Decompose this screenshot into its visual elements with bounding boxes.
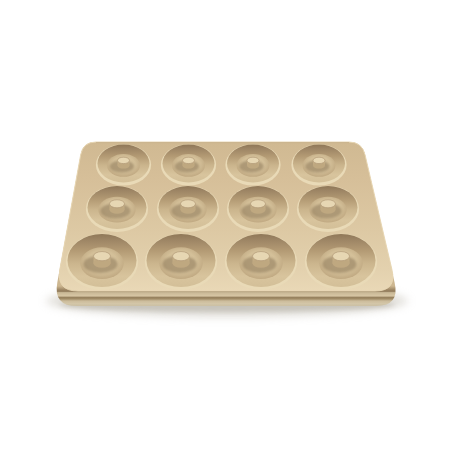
donut-cavity-r3c2 xyxy=(145,234,217,290)
center-post-top xyxy=(251,200,266,208)
center-post-top xyxy=(94,252,111,261)
center-post-top xyxy=(173,252,190,261)
donut-cavity-r2c1 xyxy=(86,186,148,232)
donut-cavity-r2c4 xyxy=(297,186,359,232)
donut-cavity-r2c3 xyxy=(227,186,289,232)
center-post-top xyxy=(333,252,350,261)
donut-cavity-r1c2 xyxy=(161,144,216,185)
center-post-top xyxy=(247,157,259,163)
donut-cavity-r1c1 xyxy=(96,144,151,185)
product-photo xyxy=(0,0,450,450)
center-post-top xyxy=(183,157,195,163)
center-post-top xyxy=(118,157,130,163)
donut-cavity-r3c3 xyxy=(225,234,297,290)
donut-cavity-r2c2 xyxy=(157,186,219,232)
center-post-top xyxy=(181,200,196,208)
center-post-top xyxy=(313,157,325,163)
center-post-top xyxy=(321,200,336,208)
center-post-top xyxy=(253,252,270,261)
donut-cavity-r3c1 xyxy=(66,234,138,290)
donut-cavity-r1c4 xyxy=(291,144,346,185)
donut-cavity-r1c3 xyxy=(225,144,280,185)
donut-cavity-r3c4 xyxy=(305,234,377,290)
center-post-top xyxy=(110,200,125,208)
donut-pan-illustration xyxy=(0,0,450,450)
